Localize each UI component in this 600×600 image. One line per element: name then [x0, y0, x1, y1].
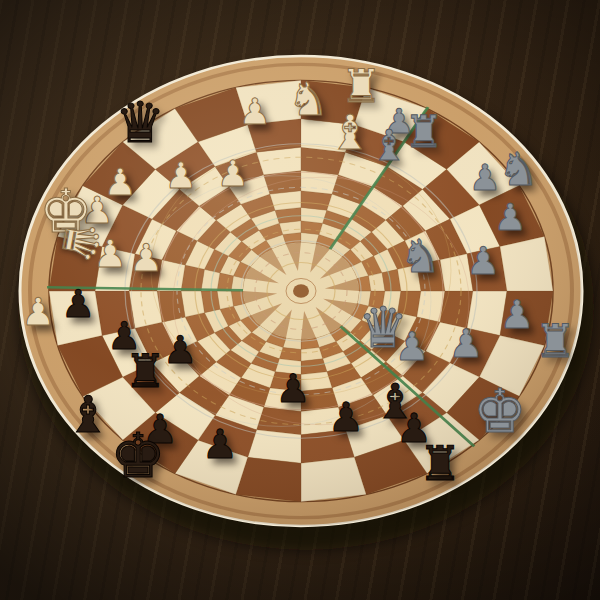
board-face[interactable]	[20, 56, 582, 526]
gray-rook[interactable]: ♜	[404, 110, 443, 154]
gray-pawn[interactable]: ♟	[500, 295, 535, 334]
gray-bishop[interactable]: ♝	[370, 125, 408, 167]
black-pawn[interactable]: ♟	[61, 285, 95, 323]
black-rook[interactable]: ♜	[124, 348, 165, 394]
black-bishop[interactable]: ♝	[66, 390, 111, 440]
gray-knight[interactable]: ♞	[399, 233, 440, 279]
white-pawn[interactable]: ♟	[129, 239, 163, 277]
black-king[interactable]: ♚	[110, 425, 166, 487]
gray-king[interactable]: ♚	[473, 381, 527, 441]
black-rook[interactable]: ♜	[418, 439, 461, 487]
white-pawn[interactable]: ♟	[165, 158, 197, 194]
gray-pawn[interactable]: ♟	[449, 324, 484, 363]
black-queen[interactable]: ♛	[115, 95, 165, 151]
gray-pawn[interactable]: ♟	[395, 327, 430, 366]
gray-pawn[interactable]: ♟	[469, 160, 501, 196]
black-pawn[interactable]: ♟	[163, 331, 197, 369]
white-pawn[interactable]: ♟	[21, 293, 55, 331]
white-bishop[interactable]: ♝	[328, 108, 371, 156]
black-pawn[interactable]: ♟	[328, 397, 364, 437]
board-sheen	[20, 56, 582, 526]
white-rook[interactable]: ♜	[340, 63, 381, 109]
white-knight[interactable]: ♞	[287, 76, 328, 122]
white-pawn[interactable]: ♟	[217, 156, 249, 192]
white-pawn[interactable]: ♟	[239, 94, 271, 130]
gray-rook[interactable]: ♜	[534, 318, 575, 364]
white-pawn[interactable]: ♟	[93, 235, 127, 273]
table-surface: ♜♞♟♟♛♜♝♝♞♟♟♟♟♟♟♚♛♟♟♞♟♟♟♟♛♟♜♟♟♟♜♟♝♟♚♝♟♟♟♚…	[0, 0, 600, 600]
gray-pawn[interactable]: ♟	[493, 199, 526, 236]
gray-pawn[interactable]: ♟	[466, 242, 500, 280]
black-pawn[interactable]: ♟	[276, 369, 311, 408]
black-pawn[interactable]: ♟	[202, 424, 238, 464]
gray-knight[interactable]: ♞	[497, 146, 538, 192]
